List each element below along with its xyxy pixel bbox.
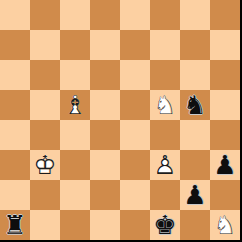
square-a6[interactable] (0, 60, 30, 90)
square-b5[interactable] (30, 90, 60, 120)
square-e2[interactable] (120, 180, 150, 210)
square-g3[interactable] (180, 150, 210, 180)
square-d5[interactable] (90, 90, 120, 120)
square-g8[interactable] (180, 0, 210, 30)
square-b4[interactable] (30, 120, 60, 150)
square-g6[interactable] (180, 60, 210, 90)
square-f1[interactable]: ♚ (150, 210, 180, 240)
white-pawn-outline-glyph: ♙ (150, 150, 180, 180)
square-a2[interactable] (0, 180, 30, 210)
square-c7[interactable] (60, 30, 90, 60)
piece-white-knight[interactable]: ♞♘ (210, 210, 240, 240)
white-knight-outline-glyph: ♘ (210, 210, 240, 240)
square-b6[interactable] (30, 60, 60, 90)
square-f6[interactable] (150, 60, 180, 90)
square-b2[interactable] (30, 180, 60, 210)
square-g2[interactable]: ♟ (180, 180, 210, 210)
square-h7[interactable] (210, 30, 240, 60)
square-d1[interactable] (90, 210, 120, 240)
piece-white-knight[interactable]: ♞♘ (150, 90, 180, 120)
square-a5[interactable] (0, 90, 30, 120)
piece-black-pawn[interactable]: ♟ (180, 180, 210, 210)
square-g4[interactable] (180, 120, 210, 150)
square-a4[interactable] (0, 120, 30, 150)
square-d2[interactable] (90, 180, 120, 210)
black-king-glyph: ♚ (150, 210, 180, 240)
square-d3[interactable] (90, 150, 120, 180)
square-c2[interactable] (60, 180, 90, 210)
square-f4[interactable] (150, 120, 180, 150)
square-d6[interactable] (90, 60, 120, 90)
square-e7[interactable] (120, 30, 150, 60)
square-c8[interactable] (60, 0, 90, 30)
square-h1[interactable]: ♞♘ (210, 210, 240, 240)
piece-white-king[interactable]: ♚♔ (30, 150, 60, 180)
square-c4[interactable] (60, 120, 90, 150)
white-knight-outline-glyph: ♘ (150, 90, 180, 120)
piece-black-king[interactable]: ♚ (150, 210, 180, 240)
white-bishop-outline-glyph: ♗ (60, 90, 90, 120)
chess-app-window: ♝♗♞♘♞♚♔♟♙♟♟♜♚♞♘ (0, 0, 242, 242)
square-b1[interactable] (30, 210, 60, 240)
square-h4[interactable] (210, 120, 240, 150)
square-b3[interactable]: ♚♔ (30, 150, 60, 180)
piece-white-bishop[interactable]: ♝♗ (60, 90, 90, 120)
square-f5[interactable]: ♞♘ (150, 90, 180, 120)
piece-black-pawn[interactable]: ♟ (210, 150, 240, 180)
white-king-outline-glyph: ♔ (30, 150, 60, 180)
black-rook-glyph: ♜ (0, 210, 30, 240)
piece-white-pawn[interactable]: ♟♙ (150, 150, 180, 180)
piece-black-rook[interactable]: ♜ (0, 210, 30, 240)
chess-board: ♝♗♞♘♞♚♔♟♙♟♟♜♚♞♘ (0, 0, 240, 240)
square-h2[interactable] (210, 180, 240, 210)
square-b8[interactable] (30, 0, 60, 30)
square-g7[interactable] (180, 30, 210, 60)
square-g5[interactable]: ♞ (180, 90, 210, 120)
square-b7[interactable] (30, 30, 60, 60)
square-c6[interactable] (60, 60, 90, 90)
square-a7[interactable] (0, 30, 30, 60)
square-h6[interactable] (210, 60, 240, 90)
square-f7[interactable] (150, 30, 180, 60)
square-g1[interactable] (180, 210, 210, 240)
square-c5[interactable]: ♝♗ (60, 90, 90, 120)
square-h5[interactable] (210, 90, 240, 120)
square-a1[interactable]: ♜ (0, 210, 30, 240)
square-f8[interactable] (150, 0, 180, 30)
square-d7[interactable] (90, 30, 120, 60)
square-e1[interactable] (120, 210, 150, 240)
square-e3[interactable] (120, 150, 150, 180)
square-e5[interactable] (120, 90, 150, 120)
square-h8[interactable] (210, 0, 240, 30)
square-d4[interactable] (90, 120, 120, 150)
black-knight-glyph: ♞ (180, 90, 210, 120)
square-d8[interactable] (90, 0, 120, 30)
square-h3[interactable]: ♟ (210, 150, 240, 180)
square-e6[interactable] (120, 60, 150, 90)
square-f3[interactable]: ♟♙ (150, 150, 180, 180)
black-pawn-glyph: ♟ (180, 180, 210, 210)
square-f2[interactable] (150, 180, 180, 210)
square-a3[interactable] (0, 150, 30, 180)
square-c1[interactable] (60, 210, 90, 240)
square-c3[interactable] (60, 150, 90, 180)
piece-black-knight[interactable]: ♞ (180, 90, 210, 120)
square-a8[interactable] (0, 0, 30, 30)
square-e8[interactable] (120, 0, 150, 30)
square-e4[interactable] (120, 120, 150, 150)
black-pawn-glyph: ♟ (210, 150, 240, 180)
